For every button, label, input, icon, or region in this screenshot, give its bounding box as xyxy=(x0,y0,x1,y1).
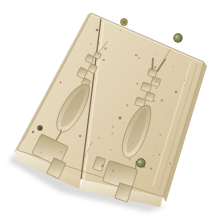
speckle xyxy=(61,151,62,152)
speckle xyxy=(110,174,111,175)
speckle xyxy=(111,133,113,135)
speckle xyxy=(82,162,84,164)
speckle xyxy=(184,80,185,81)
speckle xyxy=(79,135,81,137)
speckle xyxy=(159,154,160,155)
speckle xyxy=(129,158,131,160)
speckle xyxy=(135,54,138,57)
speckle xyxy=(60,129,62,131)
speckle xyxy=(155,87,157,89)
speckle xyxy=(60,81,62,83)
speckle xyxy=(110,149,111,150)
speckle xyxy=(153,100,155,102)
speckle xyxy=(132,142,133,143)
hole-core xyxy=(39,127,42,130)
speckle xyxy=(156,81,158,83)
speckle xyxy=(123,122,124,123)
speckle xyxy=(159,134,161,136)
speckle xyxy=(153,155,154,156)
insert-core xyxy=(123,21,126,24)
speckle xyxy=(126,104,128,106)
speckle xyxy=(136,83,138,85)
speckle xyxy=(166,116,167,117)
speckle xyxy=(112,126,114,128)
speckle xyxy=(161,99,164,102)
alignment-pin xyxy=(137,159,145,167)
alignment-pin-highlight xyxy=(176,36,179,39)
speckle xyxy=(157,126,158,127)
speckle xyxy=(150,167,152,169)
speckle xyxy=(101,165,104,168)
speckle xyxy=(90,43,92,45)
speckle xyxy=(120,30,121,31)
alignment-pin-highlight xyxy=(139,161,142,164)
speckle xyxy=(169,163,171,165)
speckle xyxy=(116,64,117,65)
speck xyxy=(96,29,99,32)
alignment-pin xyxy=(174,34,182,42)
speckle xyxy=(155,55,156,56)
speckle xyxy=(172,66,173,67)
speck xyxy=(175,91,177,93)
speckle xyxy=(156,66,157,67)
speckle xyxy=(40,151,42,153)
speckle xyxy=(155,146,156,147)
speckle xyxy=(104,47,107,50)
speckle xyxy=(98,137,99,138)
speckle xyxy=(112,170,114,172)
speckle xyxy=(138,57,140,59)
speckle xyxy=(147,120,148,121)
mold-product-photo xyxy=(0,0,220,220)
speckle xyxy=(34,139,35,140)
speckle xyxy=(97,42,99,44)
surface-pit xyxy=(32,131,34,133)
speck xyxy=(118,116,121,119)
speckle xyxy=(103,59,105,61)
